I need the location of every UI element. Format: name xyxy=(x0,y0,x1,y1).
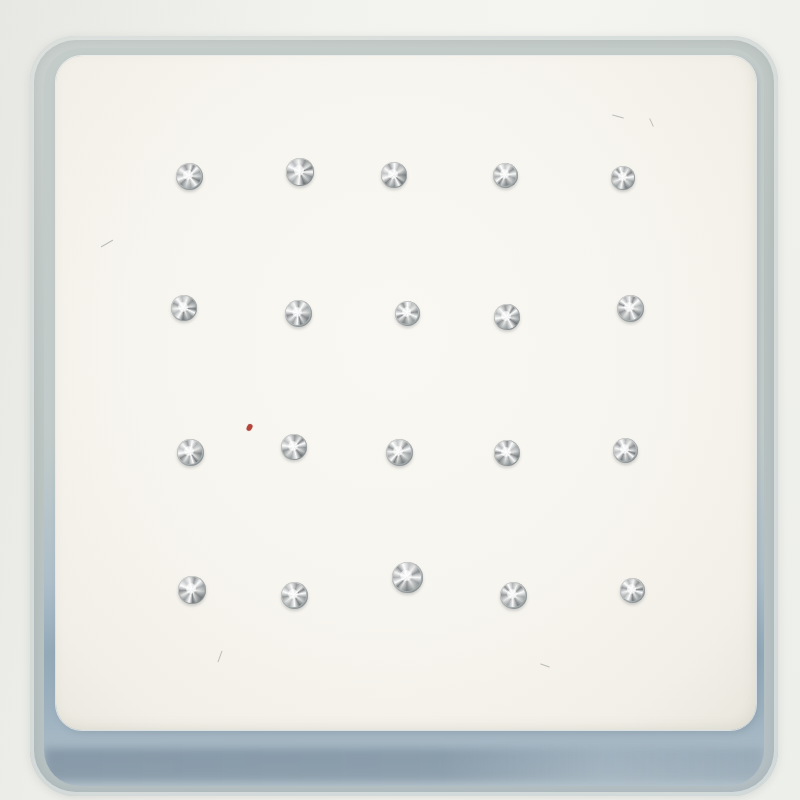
stud-10 xyxy=(617,295,644,322)
stud-11 xyxy=(177,439,204,466)
stud-9 xyxy=(494,304,520,330)
stud-6 xyxy=(171,295,197,321)
stud-7 xyxy=(285,300,312,327)
foam-insert xyxy=(56,56,756,730)
stud-1 xyxy=(176,163,203,190)
stud-3 xyxy=(381,162,407,188)
stud-19 xyxy=(500,582,527,609)
stud-20 xyxy=(620,578,645,603)
photo-stage xyxy=(0,0,800,800)
stud-8 xyxy=(395,301,420,326)
stud-16 xyxy=(178,576,206,604)
stud-17 xyxy=(281,582,308,609)
stud-18 xyxy=(392,562,423,593)
stud-12 xyxy=(281,434,307,460)
stud-13 xyxy=(386,439,413,466)
stud-14 xyxy=(494,440,520,466)
tray-shadow-stripe xyxy=(44,748,764,782)
stud-15 xyxy=(613,438,638,463)
stud-4 xyxy=(493,163,518,188)
stud-2 xyxy=(286,158,314,186)
stud-5 xyxy=(611,166,635,190)
